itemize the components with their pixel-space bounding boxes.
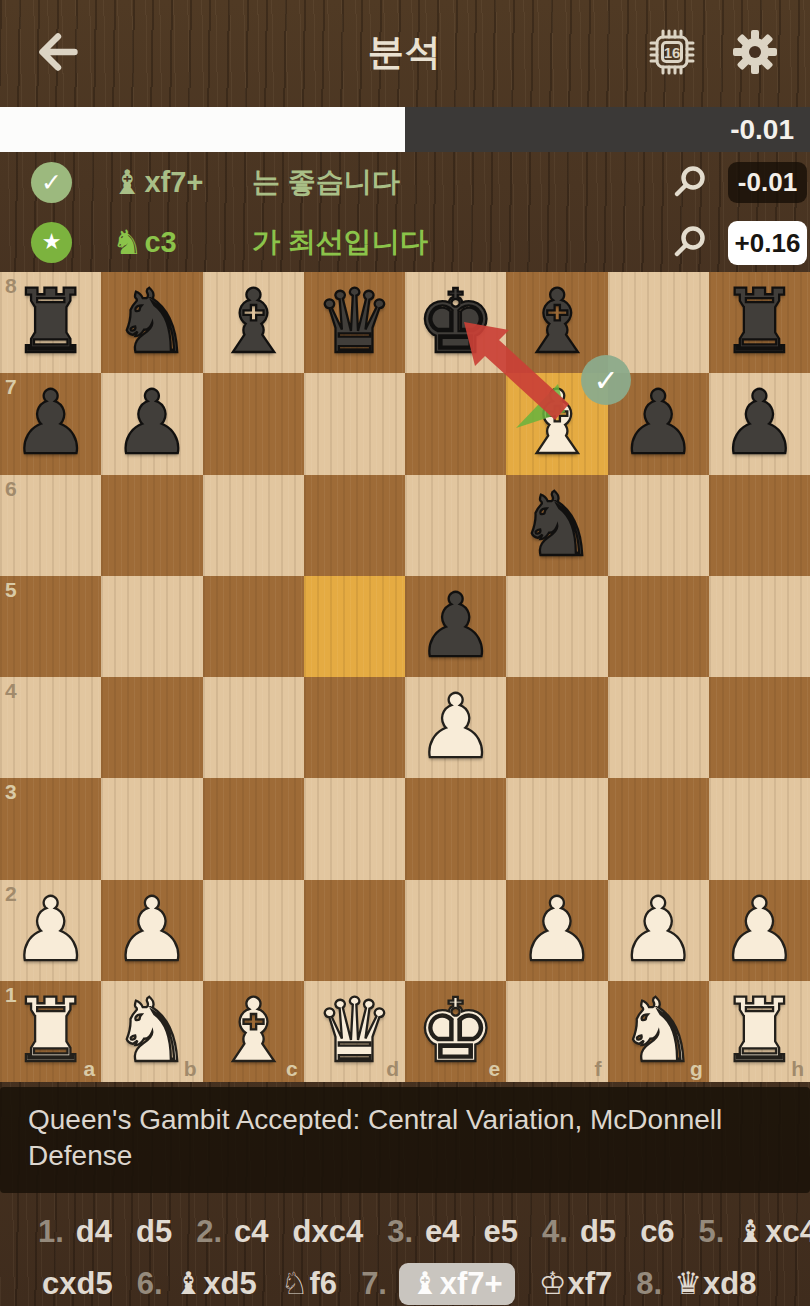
square-h4[interactable] (709, 677, 810, 778)
rank-label-3: 3 (5, 780, 17, 804)
move-list-row-2: cxd56.♝xd5♘f67.♝xf7+♔xf78.♛xd8 (0, 1259, 810, 1306)
square-d1[interactable]: ♛d (304, 981, 405, 1082)
eval-chip-dark[interactable]: -0.01 (728, 162, 807, 203)
piece-black-knight: ♞ (506, 475, 607, 576)
move[interactable]: c6 (640, 1214, 674, 1250)
square-d5[interactable] (304, 576, 405, 677)
piece-black-pawn: ♟ (0, 373, 101, 474)
analysis-move-text: c3 (144, 226, 176, 259)
square-h6[interactable] (709, 475, 810, 576)
move-number: 4. (542, 1214, 568, 1250)
file-label-c: c (286, 1057, 298, 1081)
piece-black-queen: ♛ (304, 272, 405, 373)
piece-black-bishop: ♝ (506, 272, 607, 373)
square-f4[interactable] (506, 677, 607, 778)
move-number: 8. (636, 1266, 662, 1302)
piece-black-pawn: ♟ (608, 373, 709, 474)
square-d2[interactable] (304, 880, 405, 981)
square-e7[interactable] (405, 373, 506, 474)
top-bar: 분석 16 (0, 0, 810, 100)
piece-white-pawn: ♟ (506, 880, 607, 981)
square-h3[interactable] (709, 778, 810, 879)
move-number: 3. (387, 1214, 413, 1250)
analysis-move: ♞ c3 (112, 225, 228, 259)
square-b7[interactable]: ♟ (101, 373, 202, 474)
square-c7[interactable] (203, 373, 304, 474)
square-a7[interactable]: ♟7 (0, 373, 101, 474)
piece-white-pawn: ♟ (709, 880, 810, 981)
move[interactable]: c4 (234, 1214, 268, 1250)
square-f8[interactable]: ♝ (506, 272, 607, 373)
square-c8[interactable]: ♝ (203, 272, 304, 373)
square-a6[interactable]: 6 (0, 475, 101, 576)
settings-gear-icon[interactable] (731, 28, 779, 76)
square-h7[interactable]: ♟ (709, 373, 810, 474)
file-label-g: g (690, 1057, 703, 1081)
move-number: 7. (361, 1266, 387, 1302)
piece-white-bishop: ♝ (506, 373, 607, 474)
square-f5[interactable] (506, 576, 607, 677)
piece-white-pawn: ♟ (0, 880, 101, 981)
square-c5[interactable] (203, 576, 304, 677)
move[interactable]: ♘f6 (281, 1266, 337, 1302)
square-a3[interactable]: 3 (0, 778, 101, 879)
square-e1[interactable]: ♚e (405, 981, 506, 1082)
move[interactable]: d5 (580, 1214, 616, 1250)
evaluation-bar-white-fill (0, 107, 405, 152)
square-g2[interactable]: ♟ (608, 880, 709, 981)
piece-white-bishop: ♝ (203, 981, 304, 1082)
square-a5[interactable]: 5 (0, 576, 101, 677)
square-e5[interactable]: ♟ (405, 576, 506, 677)
square-h1[interactable]: ♜h (709, 981, 810, 1082)
piece-white-rook: ♜ (709, 981, 810, 1082)
move[interactable]: d5 (136, 1214, 172, 1250)
knight-glyph: ♞ (112, 225, 142, 259)
square-h2[interactable]: ♟ (709, 880, 810, 981)
square-c4[interactable] (203, 677, 304, 778)
square-d4[interactable] (304, 677, 405, 778)
square-f6[interactable]: ♞ (506, 475, 607, 576)
chess-board: ♜8♞♝♛♚♝♜♟7♟♝♟♟6♞5♟4♟3♟2♟♟♟♟♜1a♞b♝c♛d♚ef♞… (0, 272, 810, 1082)
piece-glyph: ♝ (411, 1268, 439, 1299)
square-a2[interactable]: ♟2 (0, 880, 101, 981)
piece-white-rook: ♜ (0, 981, 101, 1082)
square-f3[interactable] (506, 778, 607, 879)
square-a8[interactable]: ♜8 (0, 272, 101, 373)
evaluation-value: -0.01 (730, 107, 794, 152)
move[interactable]: cxd5 (42, 1266, 113, 1302)
analysis-comment: 가 최선입니다 (252, 223, 428, 261)
eval-chip-light[interactable]: +0.16 (728, 221, 807, 265)
piece-white-pawn: ♟ (608, 880, 709, 981)
piece-white-queen: ♛ (304, 981, 405, 1082)
analysis-move: ♝ xf7+ (112, 165, 228, 199)
move[interactable]: d4 (76, 1214, 112, 1250)
rank-label-1: 1 (5, 983, 17, 1007)
square-h8[interactable]: ♜ (709, 272, 810, 373)
magnifier-icon[interactable] (672, 224, 708, 260)
move-list: 1.d4d52.c4dxc43.e4e54.d5c65.♝xc4cxd56.♝x… (0, 1207, 810, 1306)
piece-white-knight: ♞ (101, 981, 202, 1082)
rank-label-8: 8 (5, 274, 17, 298)
rank-label-4: 4 (5, 679, 17, 703)
opening-name-bar: Queen's Gambit Accepted: Central Variati… (0, 1087, 810, 1193)
file-label-e: e (489, 1057, 501, 1081)
file-label-a: a (84, 1057, 96, 1081)
analysis-move-text: xf7+ (144, 166, 203, 199)
good-move-badge: ✓ (31, 162, 72, 203)
square-c2[interactable] (203, 880, 304, 981)
rank-label-6: 6 (5, 477, 17, 501)
square-e4[interactable]: ♟ (405, 677, 506, 778)
engine-depth-chip-icon[interactable]: 16 (646, 26, 698, 78)
square-g5[interactable] (608, 576, 709, 677)
piece-white-pawn: ♟ (405, 677, 506, 778)
square-g1[interactable]: ♞g (608, 981, 709, 1082)
move[interactable]: ♝xd5 (175, 1266, 257, 1302)
piece-glyph: ♘ (281, 1268, 309, 1299)
piece-white-king: ♚ (405, 981, 506, 1082)
piece-white-pawn: ♟ (101, 880, 202, 981)
square-e2[interactable] (405, 880, 506, 981)
piece-glyph: ♛ (674, 1268, 702, 1299)
square-c6[interactable] (203, 475, 304, 576)
file-label-b: b (184, 1057, 197, 1081)
analysis-comment: 는 좋습니다 (252, 163, 400, 201)
square-h5[interactable] (709, 576, 810, 677)
square-g7[interactable]: ♟ (608, 373, 709, 474)
engine-depth-label: 16 (664, 44, 681, 61)
square-b3[interactable] (101, 778, 202, 879)
square-c3[interactable] (203, 778, 304, 879)
piece-black-knight: ♞ (101, 272, 202, 373)
rank-label-2: 2 (5, 882, 17, 906)
file-label-d: d (386, 1057, 399, 1081)
rank-label-7: 7 (5, 375, 17, 399)
piece-glyph: ♝ (175, 1268, 203, 1299)
square-g6[interactable] (608, 475, 709, 576)
file-label-f: f (595, 1057, 602, 1081)
piece-black-king: ♚ (405, 272, 506, 373)
square-d7[interactable] (304, 373, 405, 474)
move-number: 1. (38, 1214, 64, 1250)
move[interactable]: ♝xc4 (736, 1214, 810, 1250)
square-e6[interactable] (405, 475, 506, 576)
current-move[interactable]: ♝xf7+ (399, 1263, 515, 1305)
piece-black-rook: ♜ (709, 272, 810, 373)
piece-white-knight: ♞ (608, 981, 709, 1082)
square-g4[interactable] (608, 677, 709, 778)
square-b6[interactable] (101, 475, 202, 576)
analysis-line-best-move[interactable]: ★ ♞ c3 가 최선입니다 +0.16 (0, 212, 810, 272)
square-b4[interactable] (101, 677, 202, 778)
square-a4[interactable]: 4 (0, 677, 101, 778)
piece-black-pawn: ♟ (405, 576, 506, 677)
square-b2[interactable]: ♟ (101, 880, 202, 981)
move-number: 5. (699, 1214, 725, 1250)
bishop-glyph: ♝ (112, 165, 142, 199)
move[interactable]: e5 (484, 1214, 518, 1250)
square-d8[interactable]: ♛ (304, 272, 405, 373)
square-b1[interactable]: ♞b (101, 981, 202, 1082)
square-b5[interactable] (101, 576, 202, 677)
square-f1[interactable]: f (506, 981, 607, 1082)
analysis-line-good-move[interactable]: ✓ ♝ xf7+ 는 좋습니다 -0.01 (0, 152, 810, 212)
piece-black-bishop: ♝ (203, 272, 304, 373)
piece-glyph: ♝ (736, 1216, 764, 1247)
star-icon: ★ (42, 231, 62, 253)
check-icon: ✓ (41, 170, 62, 195)
square-b8[interactable]: ♞ (101, 272, 202, 373)
square-e3[interactable] (405, 778, 506, 879)
move[interactable]: ♛xd8 (674, 1266, 756, 1302)
square-a1[interactable]: ♜1a (0, 981, 101, 1082)
best-move-badge: ★ (31, 222, 72, 263)
square-g8[interactable] (608, 272, 709, 373)
evaluation-bar: -0.01 (0, 107, 810, 152)
opening-name: Queen's Gambit Accepted: Central Variati… (28, 1104, 722, 1171)
square-d6[interactable] (304, 475, 405, 576)
square-f2[interactable]: ♟ (506, 880, 607, 981)
move-number: 2. (196, 1214, 222, 1250)
move-number: 6. (137, 1266, 163, 1302)
square-f7[interactable]: ♝ (506, 373, 607, 474)
file-label-h: h (791, 1057, 804, 1081)
square-d3[interactable] (304, 778, 405, 879)
rank-label-5: 5 (5, 578, 17, 602)
square-g3[interactable] (608, 778, 709, 879)
move[interactable]: ♔xf7 (539, 1266, 613, 1302)
square-c1[interactable]: ♝c (203, 981, 304, 1082)
move[interactable]: dxc4 (293, 1214, 364, 1250)
piece-black-rook: ♜ (0, 272, 101, 373)
move[interactable]: e4 (425, 1214, 459, 1250)
move-list-row-1: 1.d4d52.c4dxc43.e4e54.d5c65.♝xc4 (0, 1207, 810, 1256)
piece-black-pawn: ♟ (101, 373, 202, 474)
piece-black-pawn: ♟ (709, 373, 810, 474)
square-e8[interactable]: ♚ (405, 272, 506, 373)
magnifier-icon[interactable] (672, 164, 708, 200)
piece-glyph: ♔ (539, 1268, 567, 1299)
